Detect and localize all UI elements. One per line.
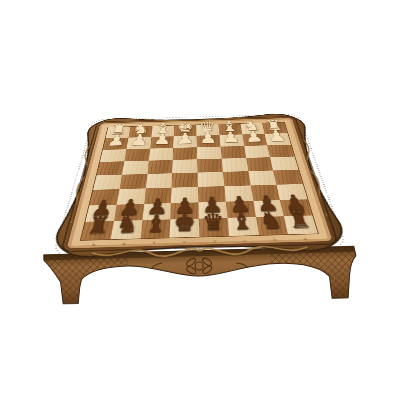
chess-set-photo: ♜♞♝♚♛♝♞♜♟♟♟♟♟♟♟♟♟♟♟♟♟♟♟♟♜♞♝♚♛♝♞♜ hgfedcb… <box>0 0 400 400</box>
square-b1: ♞ <box>240 123 264 134</box>
square-b3 <box>244 145 270 158</box>
board-grid: ♜♞♝♚♛♝♞♜♟♟♟♟♟♟♟♟♟♟♟♟♟♟♟♟♜♞♝♚♛♝♞♜ <box>80 122 319 241</box>
square-g3 <box>124 148 150 161</box>
square-e7: ♟ <box>170 202 198 219</box>
square-d4 <box>197 159 223 173</box>
file-label-h: h <box>78 241 110 250</box>
square-e8: ♚ <box>170 219 200 238</box>
square-d2: ♟ <box>197 135 221 147</box>
square-a8: ♜ <box>284 216 318 235</box>
file-label-f: f <box>139 239 170 248</box>
square-b7: ♟ <box>253 200 284 217</box>
square-h4 <box>97 161 125 175</box>
square-g5 <box>119 174 147 189</box>
table-top: ♜♞♝♚♛♝♞♜♟♟♟♟♟♟♟♟♟♟♟♟♟♟♟♟♜♞♝♚♛♝♞♜ hgfedcb… <box>24 106 376 273</box>
square-b8: ♞ <box>256 216 289 235</box>
square-a1: ♜ <box>262 122 287 133</box>
square-b2: ♟ <box>242 134 267 146</box>
square-b5 <box>248 170 277 185</box>
square-h3 <box>100 149 127 162</box>
square-g7: ♟ <box>114 204 144 221</box>
square-c2: ♟ <box>219 134 244 146</box>
square-a5 <box>273 170 303 185</box>
square-e2: ♟ <box>173 136 197 148</box>
file-label-a: a <box>289 235 321 244</box>
square-f3 <box>149 148 174 161</box>
square-h8: ♜ <box>81 221 114 240</box>
square-e5 <box>172 173 198 188</box>
square-h2: ♟ <box>103 138 129 150</box>
square-a2: ♟ <box>265 133 291 145</box>
square-a4 <box>270 157 298 171</box>
square-h5 <box>93 175 122 190</box>
square-a6 <box>277 184 308 200</box>
square-f5 <box>146 173 173 188</box>
square-d7: ♟ <box>198 201 227 218</box>
square-c6 <box>224 185 253 201</box>
square-h6 <box>89 189 119 205</box>
square-d8: ♛ <box>199 218 229 237</box>
square-b6 <box>250 185 280 201</box>
square-d3 <box>197 146 222 159</box>
square-c5 <box>223 171 251 186</box>
square-g4 <box>122 161 149 175</box>
square-d1: ♛ <box>196 124 219 135</box>
square-h1: ♜ <box>106 127 131 138</box>
square-c7: ♟ <box>226 201 256 218</box>
file-label-b: b <box>259 236 291 245</box>
square-d5 <box>198 172 225 187</box>
square-e3 <box>173 147 197 160</box>
carved-chess-table: ♜♞♝♚♛♝♞♜♟♟♟♟♟♟♟♟♟♟♟♟♟♟♟♟♜♞♝♚♛♝♞♜ hgfedcb… <box>0 0 400 400</box>
square-f7: ♟ <box>142 203 171 220</box>
square-a7: ♟ <box>280 199 312 216</box>
square-c4 <box>222 158 249 172</box>
file-label-d: d <box>199 237 230 246</box>
square-e6 <box>171 187 198 203</box>
square-c1: ♝ <box>218 124 242 135</box>
square-f6 <box>144 188 172 204</box>
square-f2: ♟ <box>150 136 174 148</box>
file-label-e: e <box>169 238 199 247</box>
square-e4 <box>172 159 197 173</box>
square-c8: ♝ <box>227 217 258 236</box>
square-f8: ♝ <box>140 220 170 239</box>
square-e1: ♚ <box>174 125 197 136</box>
square-h7: ♟ <box>85 204 116 222</box>
square-f1: ♝ <box>151 125 174 136</box>
file-label-c: c <box>229 236 260 245</box>
file-label-g: g <box>108 240 139 249</box>
square-f4 <box>147 160 173 174</box>
square-b4 <box>246 157 273 171</box>
square-d6 <box>198 186 226 202</box>
square-a3 <box>267 144 294 157</box>
square-g6 <box>117 188 146 204</box>
square-g1: ♞ <box>128 126 152 137</box>
square-g2: ♟ <box>126 137 151 149</box>
square-g8: ♞ <box>111 220 143 239</box>
square-c3 <box>220 146 246 159</box>
